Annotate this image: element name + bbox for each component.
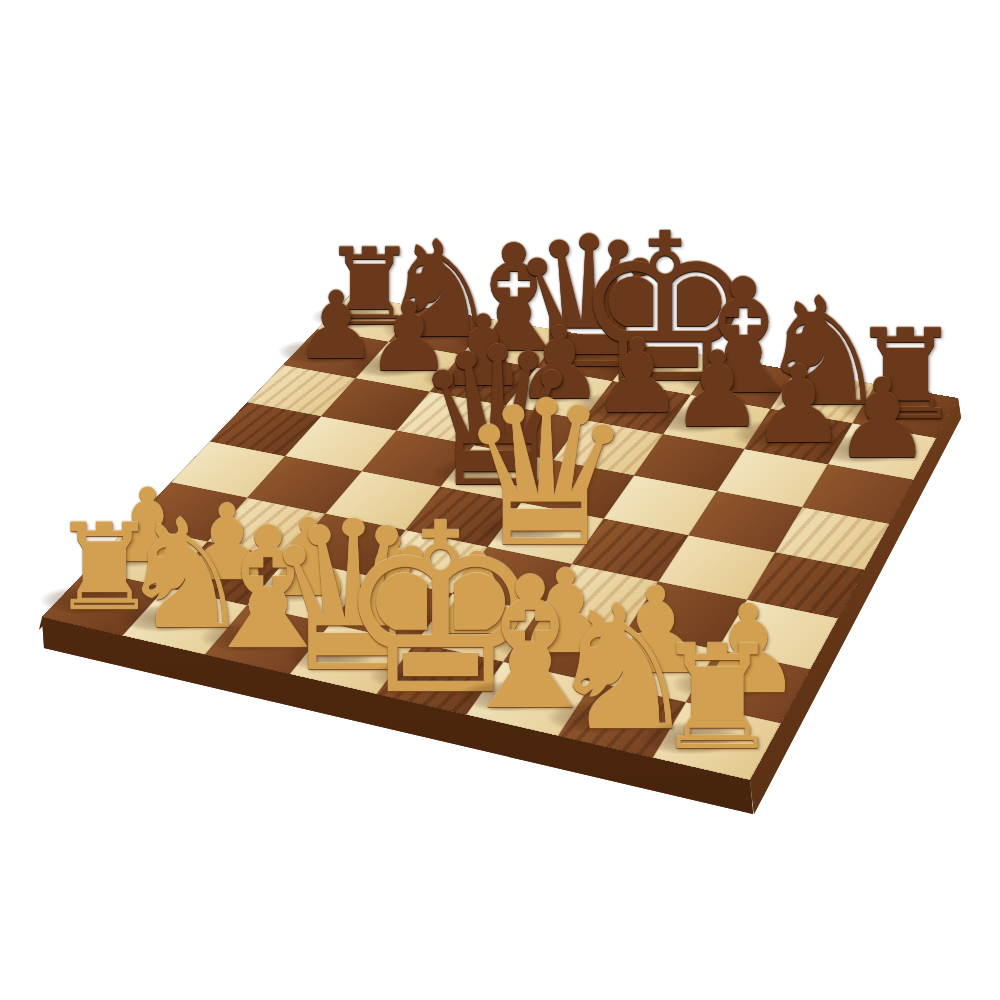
product-photo-scene: ♜♞♝♛♚♝♞♜♟♟♟♟♟♟♟♟♛♛♟♟♟♟♟♟♟♟♜♞♝♛♚♝♞♜ — [0, 0, 1000, 1000]
chess-board — [42, 295, 958, 780]
